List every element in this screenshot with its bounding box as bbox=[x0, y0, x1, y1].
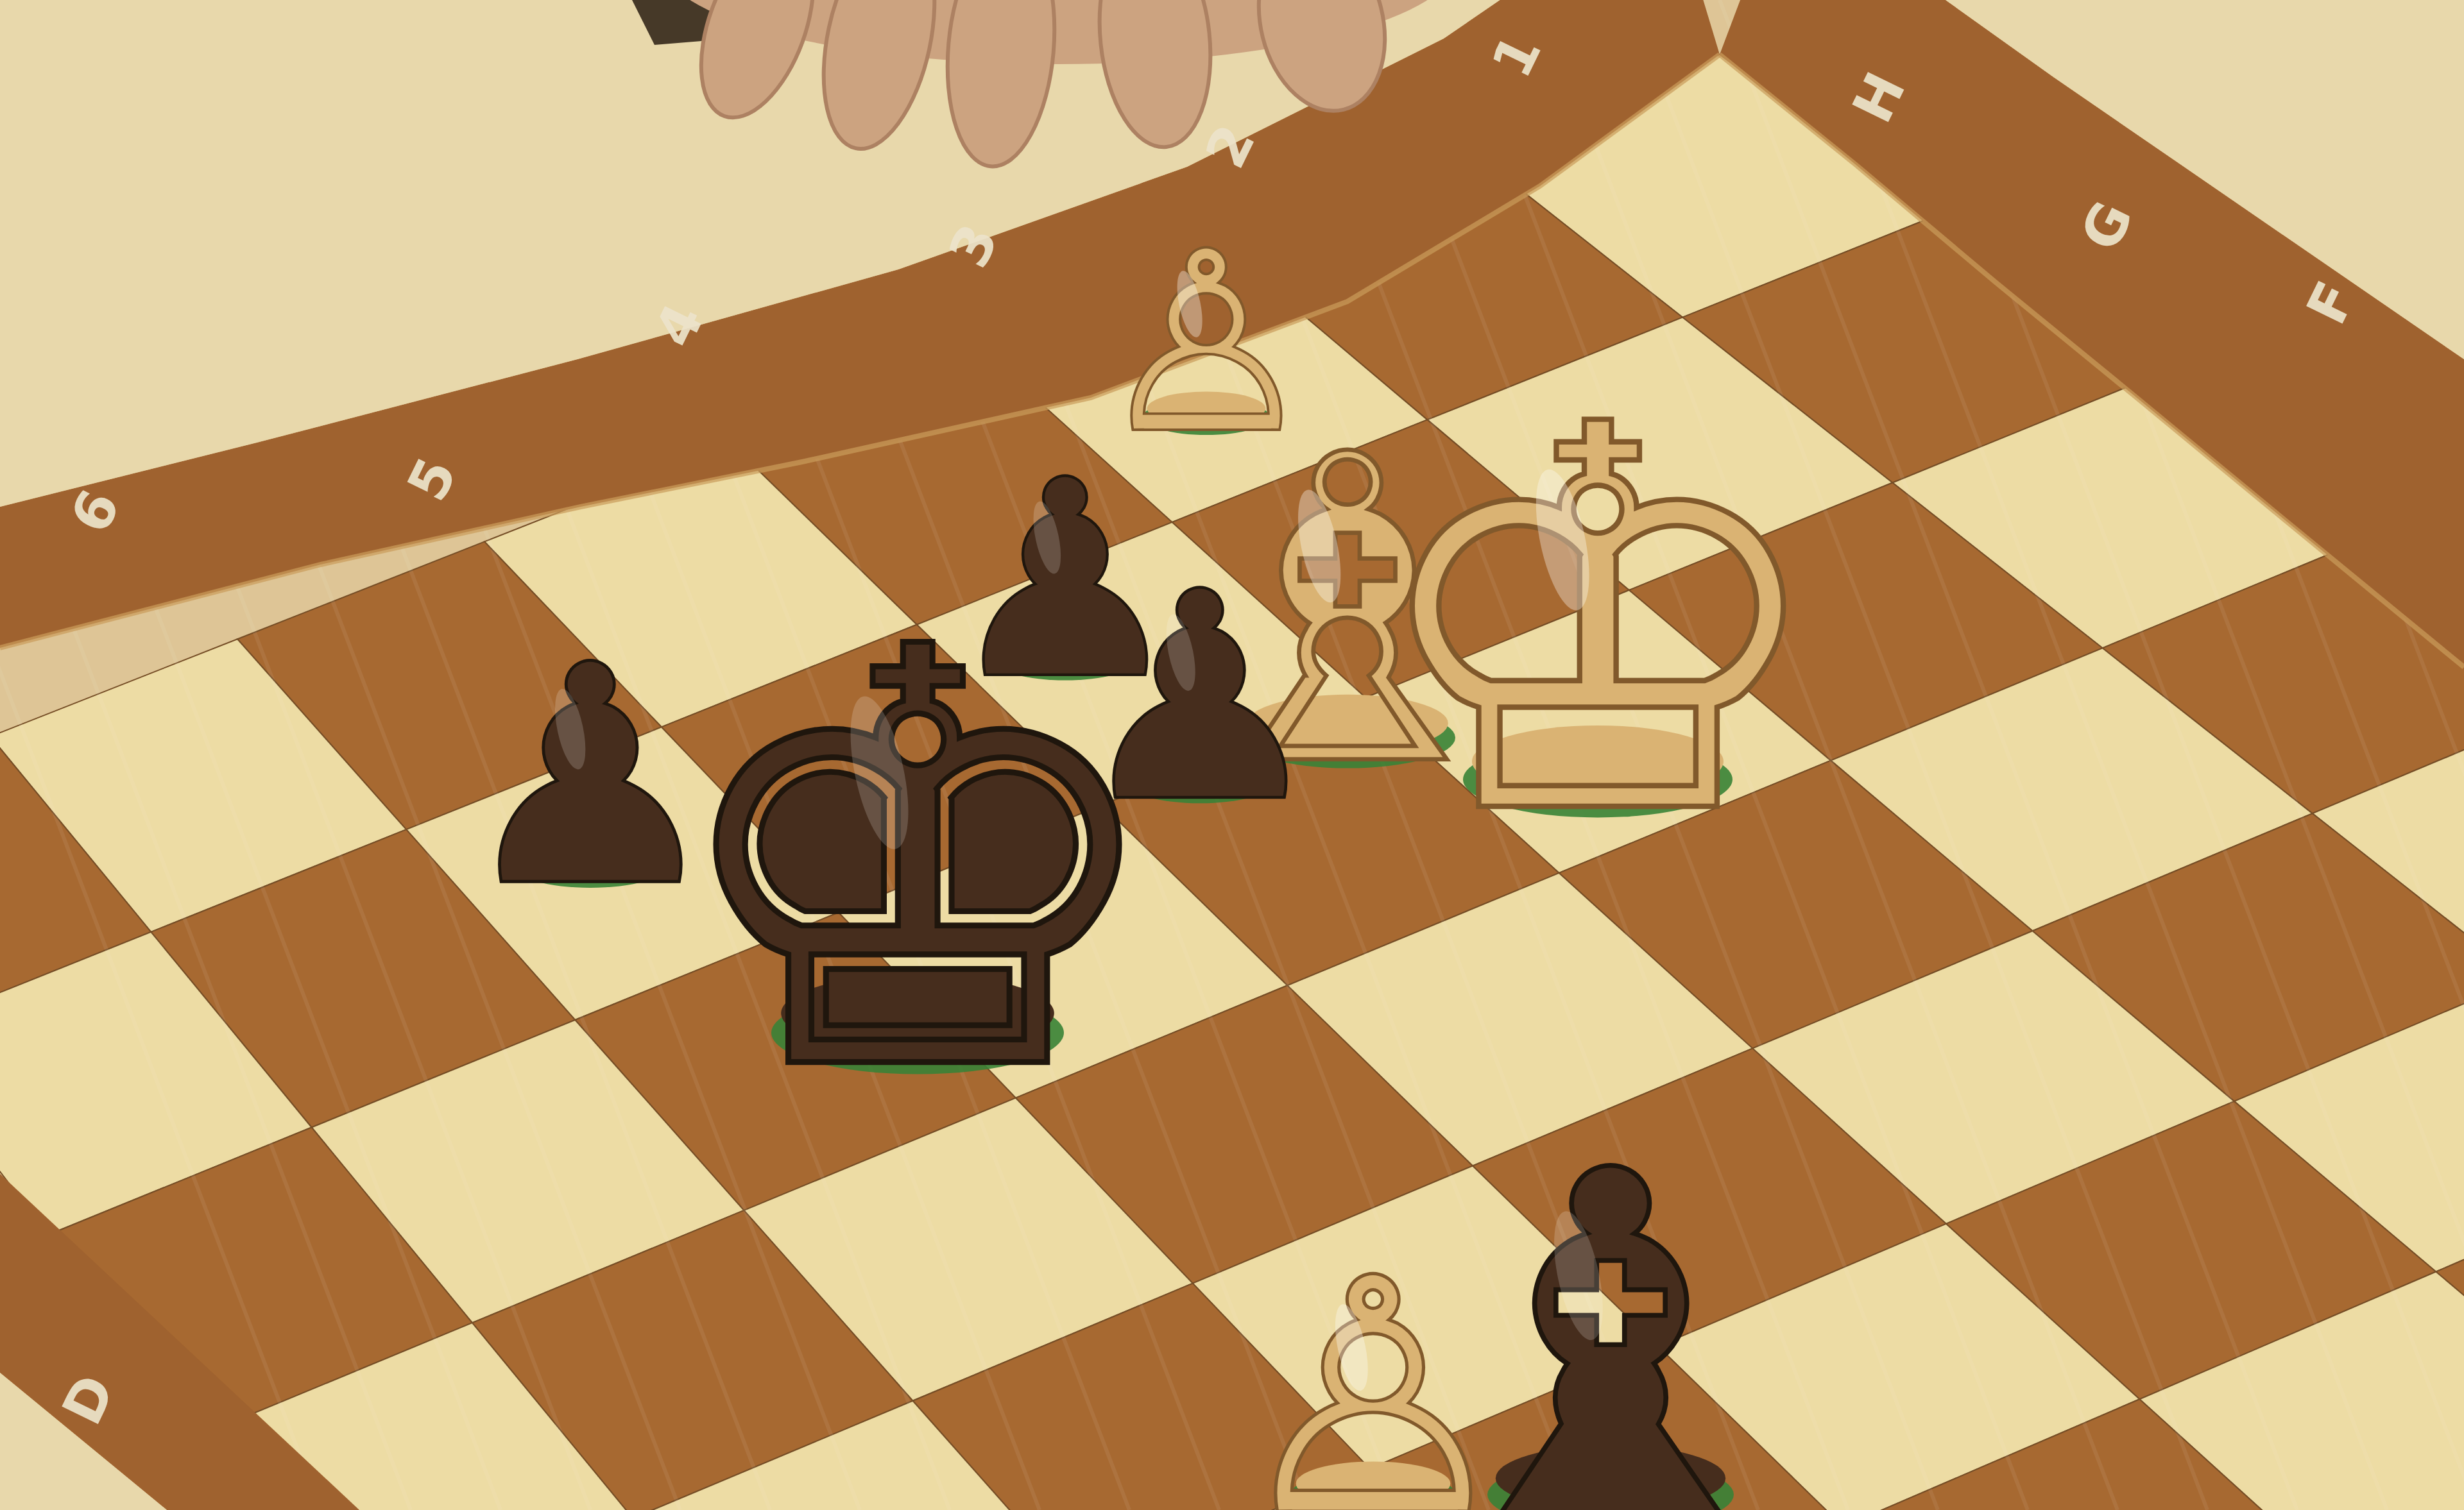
photo-warmth-overlay bbox=[0, 0, 2464, 1510]
chess-photo-stage: 123456HGFD♙♟♗♔♟♟♚♙♝ bbox=[0, 0, 2464, 1510]
board-scene: 123456HGFD♙♟♗♔♟♟♚♙♝ bbox=[0, 0, 2464, 1510]
